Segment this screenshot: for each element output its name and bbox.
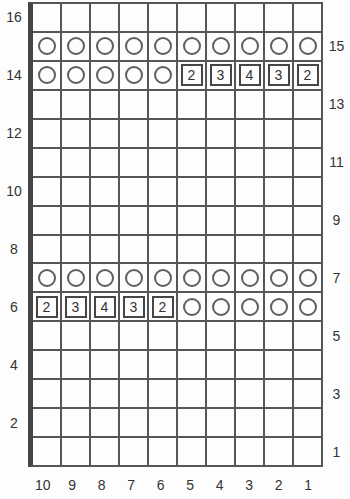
col-label-6: 6 <box>146 467 176 499</box>
cell-r10c3 <box>236 178 263 205</box>
cell-r4c3 <box>236 351 263 378</box>
yarn-over-icon <box>212 298 230 316</box>
cell-r12c1 <box>294 120 321 147</box>
column-labels-bottom: 10987654321 <box>28 467 323 499</box>
cell-r9c6 <box>149 207 176 234</box>
cell-r6c10: 2 <box>33 293 60 320</box>
col-label-5: 5 <box>176 467 206 499</box>
cell-r7c7 <box>120 264 147 291</box>
row-label-right-9: 9 <box>323 205 350 234</box>
row-label-right-11: 11 <box>323 147 350 176</box>
yarn-over-icon <box>299 298 317 316</box>
cell-r4c7 <box>120 351 147 378</box>
yarn-over-icon <box>299 269 317 287</box>
row-label-empty <box>323 176 350 205</box>
cell-r4c6 <box>149 351 176 378</box>
cell-r1c9 <box>62 438 89 465</box>
cell-r15c6 <box>149 33 176 60</box>
row-label-right-5: 5 <box>323 322 350 351</box>
row-label-empty <box>323 293 350 322</box>
cell-r12c4 <box>207 120 234 147</box>
cell-r3c8 <box>91 380 118 407</box>
cell-r1c6 <box>149 438 176 465</box>
yarn-over-icon <box>241 37 259 55</box>
number-box: 3 <box>210 64 232 86</box>
cell-r6c7: 3 <box>120 293 147 320</box>
cell-r8c5 <box>178 236 205 263</box>
cell-r3c2 <box>265 380 292 407</box>
cell-r16c6 <box>149 4 176 31</box>
cell-r5c5 <box>178 322 205 349</box>
cell-r1c10 <box>33 438 60 465</box>
cell-r15c5 <box>178 33 205 60</box>
cell-r10c6 <box>149 178 176 205</box>
row-label-left-12: 12 <box>0 118 28 147</box>
cell-r5c9 <box>62 322 89 349</box>
row-label-left-10: 10 <box>0 176 28 205</box>
row-label-empty <box>323 118 350 147</box>
cell-r7c6 <box>149 264 176 291</box>
cell-r6c8: 4 <box>91 293 118 320</box>
cell-r14c6 <box>149 62 176 89</box>
cell-r8c10 <box>33 236 60 263</box>
cell-r11c2 <box>265 149 292 176</box>
cell-r9c3 <box>236 207 263 234</box>
cell-r16c9 <box>62 4 89 31</box>
cell-r5c1 <box>294 322 321 349</box>
yarn-over-icon <box>125 37 143 55</box>
cell-r2c3 <box>236 409 263 436</box>
cell-r15c9 <box>62 33 89 60</box>
cell-r1c5 <box>178 438 205 465</box>
cell-r16c7 <box>120 4 147 31</box>
number-box: 4 <box>239 64 261 86</box>
yarn-over-icon <box>125 269 143 287</box>
yarn-over-icon <box>154 37 172 55</box>
col-label-10: 10 <box>28 467 58 499</box>
cell-r14c10 <box>33 62 60 89</box>
cell-r7c1 <box>294 264 321 291</box>
yarn-over-icon <box>212 37 230 55</box>
col-label-9: 9 <box>58 467 88 499</box>
cell-r10c2 <box>265 178 292 205</box>
number-box: 2 <box>181 64 203 86</box>
cell-r13c2 <box>265 91 292 118</box>
knitting-chart: 161412108642 2343223432 15131197531 1098… <box>0 0 350 499</box>
col-label-4: 4 <box>205 467 235 499</box>
cell-r11c8 <box>91 149 118 176</box>
yarn-over-icon <box>67 269 85 287</box>
row-label-left-2: 2 <box>0 409 28 438</box>
cell-r16c8 <box>91 4 118 31</box>
number-box: 4 <box>94 296 116 318</box>
cell-r10c8 <box>91 178 118 205</box>
cell-r1c3 <box>236 438 263 465</box>
cell-r14c8 <box>91 62 118 89</box>
yarn-over-icon <box>299 37 317 55</box>
col-label-8: 8 <box>87 467 117 499</box>
cell-r7c8 <box>91 264 118 291</box>
cell-r4c2 <box>265 351 292 378</box>
row-label-empty <box>0 31 28 60</box>
cell-r6c1 <box>294 293 321 320</box>
row-label-right-13: 13 <box>323 89 350 118</box>
row-label-left-8: 8 <box>0 235 28 264</box>
cell-r10c7 <box>120 178 147 205</box>
cell-r8c7 <box>120 236 147 263</box>
cell-r6c5 <box>178 293 205 320</box>
chart-layout: 161412108642 2343223432 15131197531 1098… <box>0 2 350 499</box>
cell-r15c4 <box>207 33 234 60</box>
yarn-over-icon <box>183 37 201 55</box>
cell-r5c4 <box>207 322 234 349</box>
cell-r16c5 <box>178 4 205 31</box>
cell-r15c10 <box>33 33 60 60</box>
cell-r8c6 <box>149 236 176 263</box>
yarn-over-icon <box>270 298 288 316</box>
cell-r2c10 <box>33 409 60 436</box>
row-label-right-1: 1 <box>323 438 350 467</box>
cell-r11c5 <box>178 149 205 176</box>
cell-r11c10 <box>33 149 60 176</box>
cell-r13c5 <box>178 91 205 118</box>
yarn-over-icon <box>154 66 172 84</box>
cell-r9c8 <box>91 207 118 234</box>
col-label-3: 3 <box>235 467 265 499</box>
cell-r13c4 <box>207 91 234 118</box>
cell-r10c1 <box>294 178 321 205</box>
cell-r2c1 <box>294 409 321 436</box>
row-label-left-14: 14 <box>0 60 28 89</box>
cell-r16c1 <box>294 4 321 31</box>
cell-r3c1 <box>294 380 321 407</box>
cell-r12c5 <box>178 120 205 147</box>
cell-r9c1 <box>294 207 321 234</box>
cell-r13c7 <box>120 91 147 118</box>
cell-r13c10 <box>33 91 60 118</box>
cell-r8c2 <box>265 236 292 263</box>
row-label-left-16: 16 <box>0 2 28 31</box>
cell-r3c9 <box>62 380 89 407</box>
cell-r15c3 <box>236 33 263 60</box>
cell-r12c8 <box>91 120 118 147</box>
cell-r14c3: 4 <box>236 62 263 89</box>
row-labels-left: 161412108642 <box>0 2 28 467</box>
cell-r4c4 <box>207 351 234 378</box>
cell-r11c6 <box>149 149 176 176</box>
cell-r13c6 <box>149 91 176 118</box>
col-label-7: 7 <box>117 467 147 499</box>
cell-r15c8 <box>91 33 118 60</box>
row-label-left-4: 4 <box>0 351 28 380</box>
cell-r11c1 <box>294 149 321 176</box>
number-box: 3 <box>123 296 145 318</box>
number-box: 2 <box>297 64 319 86</box>
yarn-over-icon <box>270 37 288 55</box>
row-label-empty <box>323 409 350 438</box>
cell-r8c4 <box>207 236 234 263</box>
cell-r15c1 <box>294 33 321 60</box>
cell-r9c10 <box>33 207 60 234</box>
cell-r10c5 <box>178 178 205 205</box>
cell-r8c3 <box>236 236 263 263</box>
cell-r14c5: 2 <box>178 62 205 89</box>
cell-r5c2 <box>265 322 292 349</box>
yarn-over-icon <box>67 37 85 55</box>
chart-board: 2343223432 <box>28 2 323 467</box>
row-labels-right: 15131197531 <box>323 2 350 467</box>
cell-r15c7 <box>120 33 147 60</box>
cell-r9c2 <box>265 207 292 234</box>
row-label-empty <box>323 2 350 31</box>
cell-r8c8 <box>91 236 118 263</box>
cell-r4c8 <box>91 351 118 378</box>
cell-r4c9 <box>62 351 89 378</box>
yarn-over-icon <box>96 269 114 287</box>
row-label-empty <box>0 264 28 293</box>
row-label-right-7: 7 <box>323 264 350 293</box>
cell-r10c10 <box>33 178 60 205</box>
cell-r3c10 <box>33 380 60 407</box>
cell-r2c9 <box>62 409 89 436</box>
cell-r6c2 <box>265 293 292 320</box>
cell-r10c4 <box>207 178 234 205</box>
yarn-over-icon <box>154 269 172 287</box>
col-label-1: 1 <box>294 467 324 499</box>
number-box: 3 <box>65 296 87 318</box>
cell-r2c4 <box>207 409 234 436</box>
row-label-empty <box>0 322 28 351</box>
cell-r11c4 <box>207 149 234 176</box>
row-label-empty <box>0 205 28 234</box>
cell-r14c9 <box>62 62 89 89</box>
row-label-empty <box>323 60 350 89</box>
cell-r12c6 <box>149 120 176 147</box>
cell-r15c2 <box>265 33 292 60</box>
cell-r7c2 <box>265 264 292 291</box>
row-label-empty <box>0 380 28 409</box>
number-box: 2 <box>152 296 174 318</box>
cell-r14c4: 3 <box>207 62 234 89</box>
cell-r6c4 <box>207 293 234 320</box>
cell-r14c1: 2 <box>294 62 321 89</box>
cell-r14c7 <box>120 62 147 89</box>
cell-r5c6 <box>149 322 176 349</box>
cell-r13c8 <box>91 91 118 118</box>
number-box: 3 <box>268 64 290 86</box>
cell-r2c7 <box>120 409 147 436</box>
cell-r13c3 <box>236 91 263 118</box>
yarn-over-icon <box>38 269 56 287</box>
cell-r11c9 <box>62 149 89 176</box>
cell-r4c10 <box>33 351 60 378</box>
cell-r6c9: 3 <box>62 293 89 320</box>
cell-r12c3 <box>236 120 263 147</box>
yarn-over-icon <box>67 66 85 84</box>
cell-r11c3 <box>236 149 263 176</box>
cell-r1c4 <box>207 438 234 465</box>
row-label-empty <box>0 89 28 118</box>
cell-r9c7 <box>120 207 147 234</box>
cell-r13c1 <box>294 91 321 118</box>
yarn-over-icon <box>183 298 201 316</box>
yarn-over-icon <box>125 66 143 84</box>
cell-r12c2 <box>265 120 292 147</box>
cell-r13c9 <box>62 91 89 118</box>
col-label-2: 2 <box>264 467 294 499</box>
cell-r2c5 <box>178 409 205 436</box>
cell-r7c9 <box>62 264 89 291</box>
cell-r12c9 <box>62 120 89 147</box>
row-label-right-3: 3 <box>323 380 350 409</box>
cell-r12c10 <box>33 120 60 147</box>
row-label-empty <box>323 235 350 264</box>
cell-r3c5 <box>178 380 205 407</box>
cell-r8c9 <box>62 236 89 263</box>
cell-r16c2 <box>265 4 292 31</box>
yarn-over-icon <box>241 269 259 287</box>
cell-r7c3 <box>236 264 263 291</box>
yarn-over-icon <box>241 298 259 316</box>
cell-r16c3 <box>236 4 263 31</box>
cell-r11c7 <box>120 149 147 176</box>
cell-r3c4 <box>207 380 234 407</box>
cell-r9c9 <box>62 207 89 234</box>
cell-r6c6: 2 <box>149 293 176 320</box>
cell-r1c8 <box>91 438 118 465</box>
cell-r9c4 <box>207 207 234 234</box>
cell-r16c4 <box>207 4 234 31</box>
yarn-over-icon <box>38 37 56 55</box>
cell-r5c8 <box>91 322 118 349</box>
cell-r9c5 <box>178 207 205 234</box>
yarn-over-icon <box>96 66 114 84</box>
cell-r1c1 <box>294 438 321 465</box>
cell-r2c8 <box>91 409 118 436</box>
row-label-empty <box>0 147 28 176</box>
cell-r5c3 <box>236 322 263 349</box>
cell-r5c7 <box>120 322 147 349</box>
cell-r7c4 <box>207 264 234 291</box>
yarn-over-icon <box>270 269 288 287</box>
cell-r1c2 <box>265 438 292 465</box>
cell-r3c7 <box>120 380 147 407</box>
cell-r3c6 <box>149 380 176 407</box>
cell-r14c2: 3 <box>265 62 292 89</box>
row-label-empty <box>0 438 28 467</box>
cell-r16c10 <box>33 4 60 31</box>
cell-r3c3 <box>236 380 263 407</box>
cell-r10c9 <box>62 178 89 205</box>
row-label-empty <box>323 351 350 380</box>
yarn-over-icon <box>183 269 201 287</box>
cell-r6c3 <box>236 293 263 320</box>
number-box: 2 <box>36 296 58 318</box>
cell-r4c1 <box>294 351 321 378</box>
cell-r7c10 <box>33 264 60 291</box>
yarn-over-icon <box>96 37 114 55</box>
cell-r4c5 <box>178 351 205 378</box>
cell-r5c10 <box>33 322 60 349</box>
cell-r8c1 <box>294 236 321 263</box>
cell-r1c7 <box>120 438 147 465</box>
row-label-right-15: 15 <box>323 31 350 60</box>
yarn-over-icon <box>212 269 230 287</box>
cell-r2c2 <box>265 409 292 436</box>
row-label-left-6: 6 <box>0 293 28 322</box>
cell-r2c6 <box>149 409 176 436</box>
cell-r12c7 <box>120 120 147 147</box>
yarn-over-icon <box>38 66 56 84</box>
cell-r7c5 <box>178 264 205 291</box>
